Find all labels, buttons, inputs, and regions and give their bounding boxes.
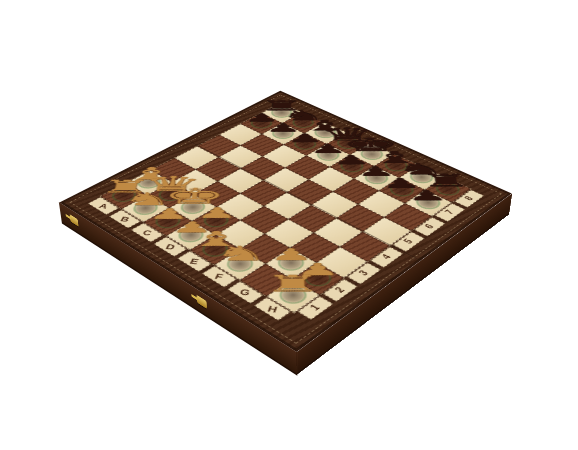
- chess-board: ABCDEFGH12345678 ♜♞♝♛♚♝♞♜♟♟♟♟♟♟♟♟♝♛♚♟♟♟♜…: [59, 91, 511, 352]
- black-pawn-icon: ♟: [405, 188, 448, 202]
- chess-set-photo: ABCDEFGH12345678 ♜♞♝♛♚♝♞♜♟♟♟♟♟♟♟♟♝♛♚♟♟♟♜…: [0, 0, 578, 450]
- black-rook-icon: ♜: [419, 171, 474, 188]
- brass-clasp-icon: [196, 295, 206, 309]
- brass-clasp-icon: [70, 214, 79, 227]
